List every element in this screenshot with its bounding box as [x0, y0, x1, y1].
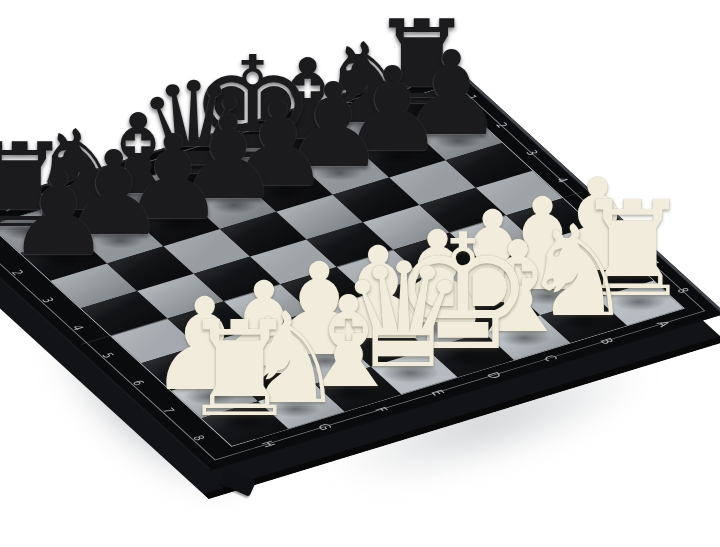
file-label-back: B — [56, 186, 74, 195]
file-label-back: H — [394, 83, 413, 92]
rank-label-left: 4 — [69, 324, 86, 332]
chess-set-product-photo: HA11GB22FC33ED44DE55CF66BG77AH88 ♜♞♝♛♚♝♞… — [0, 0, 720, 547]
rank-label-left: 5 — [99, 351, 116, 359]
file-label-back: C — [112, 169, 130, 178]
file-label-back: F — [282, 118, 299, 126]
rank-label-left: 2 — [9, 269, 26, 277]
rank-label-left: 6 — [130, 379, 147, 387]
rank-label-right: 2 — [493, 121, 510, 129]
rank-label-left: 3 — [39, 296, 56, 304]
file-label-front: F — [372, 406, 389, 414]
file-label-front: C — [541, 354, 559, 363]
file-label-front: E — [428, 389, 446, 397]
rank-label-left: 7 — [160, 406, 177, 414]
file-label-back: D — [168, 152, 187, 161]
file-label-front: G — [315, 423, 334, 432]
rank-label-right: 7 — [644, 259, 661, 267]
rank-label-right: 6 — [614, 231, 631, 239]
file-label-front: H — [258, 440, 277, 449]
file-label-front: A — [654, 320, 672, 329]
file-label-back: E — [225, 135, 243, 143]
rank-label-right: 8 — [674, 286, 691, 294]
file-label-front: B — [597, 337, 615, 346]
rank-label-right: 5 — [584, 204, 601, 212]
rank-label-right: 1 — [463, 94, 480, 102]
rank-label-right: 4 — [554, 176, 571, 184]
rank-label-right: 3 — [523, 149, 540, 157]
rank-label-left: 8 — [190, 434, 207, 442]
file-label-front: D — [484, 371, 503, 380]
file-label-back: G — [338, 100, 357, 109]
file-label-back: A — [0, 204, 18, 213]
